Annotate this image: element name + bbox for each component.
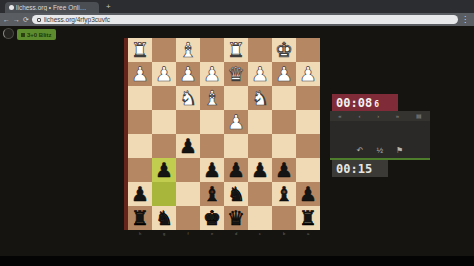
square-f3[interactable]: ♞ xyxy=(176,86,200,110)
white-pawn-piece: ♟ xyxy=(203,62,221,86)
white-king-piece: ♚ xyxy=(275,38,293,62)
square-b7[interactable]: ♝ xyxy=(272,182,296,206)
black-knight-piece: ♞ xyxy=(155,206,173,230)
square-g8[interactable]: ♞ xyxy=(152,206,176,230)
white-knight-piece: ♞ xyxy=(179,86,197,110)
square-e1[interactable] xyxy=(200,38,224,62)
square-d8[interactable]: ♛ xyxy=(224,206,248,230)
draw-offer-button[interactable]: ½ xyxy=(376,146,383,155)
white-pawn-piece: ♟ xyxy=(155,62,173,86)
square-d4[interactable]: ♟ xyxy=(224,110,248,134)
square-f7[interactable] xyxy=(176,182,200,206)
game-info-label: 3+0 Blitz xyxy=(27,32,52,38)
square-c2[interactable]: ♟ xyxy=(248,62,272,86)
square-c5[interactable] xyxy=(248,134,272,158)
square-f8[interactable] xyxy=(176,206,200,230)
url-text: lichess.org/4rfyp3cuvfc xyxy=(44,16,110,23)
last-move-button[interactable]: » xyxy=(396,113,399,120)
square-c8[interactable] xyxy=(248,206,272,230)
white-clock-tenths: 6 xyxy=(374,100,379,111)
square-d7[interactable]: ♞ xyxy=(224,182,248,206)
file-label-d: d xyxy=(224,231,248,236)
black-pawn-piece: ♟ xyxy=(155,158,173,182)
resign-button[interactable]: ⚑ xyxy=(396,146,403,155)
file-label-e: e xyxy=(200,231,224,236)
black-pawn-piece: ♟ xyxy=(179,134,197,158)
square-b6[interactable]: ♟ xyxy=(272,158,296,182)
square-g2[interactable]: ♟ xyxy=(152,62,176,86)
square-c6[interactable]: ♟ xyxy=(248,158,272,182)
square-a4[interactable] xyxy=(296,110,320,134)
square-a2[interactable]: ♟ xyxy=(296,62,320,86)
black-pawn-piece: ♟ xyxy=(275,158,293,182)
lichess-page: 3+0 Blitz ♜♝♜♚♟♟♟♟♛♟♟♟♞♝♞♟♟♟♟♟♟♟♟♝♞♝♟♜♞♚… xyxy=(0,26,474,266)
square-h5[interactable] xyxy=(128,134,152,158)
white-knight-piece: ♞ xyxy=(251,86,269,110)
black-pawn-piece: ♟ xyxy=(299,182,317,206)
white-pawn-piece: ♟ xyxy=(179,62,197,86)
black-knight-piece: ♞ xyxy=(227,182,245,206)
black-pawn-piece: ♟ xyxy=(227,158,245,182)
square-f5[interactable]: ♟ xyxy=(176,134,200,158)
next-move-button[interactable]: › xyxy=(377,113,379,120)
square-f2[interactable]: ♟ xyxy=(176,62,200,86)
square-e8[interactable]: ♚ xyxy=(200,206,224,230)
first-move-button[interactable]: « xyxy=(338,113,341,120)
browser-toolbar: ← → ⟳ lichess.org/4rfyp3cuvfc ⋮ xyxy=(0,13,474,26)
square-d2[interactable]: ♛ xyxy=(224,62,248,86)
square-c4[interactable] xyxy=(248,110,272,134)
takeback-button[interactable]: ↶ xyxy=(357,146,364,155)
white-clock-time: 00:08 xyxy=(336,96,372,110)
back-icon[interactable]: ← xyxy=(3,13,10,26)
site-logo-icon[interactable] xyxy=(3,28,14,39)
game-action-controls: ↶½⚑ xyxy=(330,146,430,155)
white-pawn-piece: ♟ xyxy=(251,62,269,86)
square-b2[interactable]: ♟ xyxy=(272,62,296,86)
address-bar[interactable]: lichess.org/4rfyp3cuvfc xyxy=(32,15,458,24)
browser-tab[interactable]: lichess.org • Free Onli… xyxy=(5,2,99,13)
black-pawn-piece: ♟ xyxy=(131,182,149,206)
reload-icon[interactable]: ⟳ xyxy=(23,13,29,26)
square-e6[interactable]: ♟ xyxy=(200,158,224,182)
file-label-c: c xyxy=(248,231,272,236)
game-side-panel: «‹›»▤ ↶½⚑ xyxy=(330,111,430,158)
square-h1[interactable]: ♜ xyxy=(128,38,152,62)
square-d6[interactable]: ♟ xyxy=(224,158,248,182)
file-label-f: f xyxy=(176,231,200,236)
file-label-g: g xyxy=(152,231,176,236)
square-g3[interactable] xyxy=(152,86,176,110)
square-d5[interactable] xyxy=(224,134,248,158)
browser-tab-strip: lichess.org • Free Onli… + xyxy=(0,0,474,13)
bottom-black-strip xyxy=(0,256,474,266)
black-rook-piece: ♜ xyxy=(299,206,317,230)
square-a3[interactable] xyxy=(296,86,320,110)
square-f1[interactable]: ♝ xyxy=(176,38,200,62)
prev-move-button[interactable]: ‹ xyxy=(358,113,360,120)
tab-title: lichess.org • Free Onli… xyxy=(16,4,86,11)
new-tab-button[interactable]: + xyxy=(106,2,111,12)
square-c3[interactable]: ♞ xyxy=(248,86,272,110)
chess-board: ♜♝♜♚♟♟♟♟♛♟♟♟♞♝♞♟♟♟♟♟♟♟♟♝♞♝♟♜♞♚♛♜ xyxy=(128,38,320,230)
white-pawn-piece: ♟ xyxy=(131,62,149,86)
forward-icon[interactable]: → xyxy=(13,13,20,26)
square-a5[interactable] xyxy=(296,134,320,158)
file-coordinates: hgfedcba xyxy=(128,231,320,236)
square-b4[interactable] xyxy=(272,110,296,134)
black-rook-piece: ♜ xyxy=(131,206,149,230)
square-c7[interactable] xyxy=(248,182,272,206)
square-h4[interactable] xyxy=(128,110,152,134)
white-rook-piece: ♜ xyxy=(227,38,245,62)
square-g4[interactable] xyxy=(152,110,176,134)
game-info-badge[interactable]: 3+0 Blitz xyxy=(17,29,56,40)
square-d1[interactable]: ♜ xyxy=(224,38,248,62)
square-e4[interactable] xyxy=(200,110,224,134)
square-e3[interactable]: ♝ xyxy=(200,86,224,110)
square-d3[interactable] xyxy=(224,86,248,110)
square-c1[interactable] xyxy=(248,38,272,62)
square-h2[interactable]: ♟ xyxy=(128,62,152,86)
square-b5[interactable] xyxy=(272,134,296,158)
black-queen-piece: ♛ xyxy=(227,206,245,230)
file-label-h: h xyxy=(128,231,152,236)
square-b3[interactable] xyxy=(272,86,296,110)
board-menu-button[interactable]: ▤ xyxy=(416,113,422,120)
square-f4[interactable] xyxy=(176,110,200,134)
browser-menu-icon[interactable]: ⋮ xyxy=(461,15,471,24)
square-a7[interactable]: ♟ xyxy=(296,182,320,206)
black-king-piece: ♚ xyxy=(203,206,221,230)
white-pawn-piece: ♟ xyxy=(227,110,245,134)
lock-icon xyxy=(37,18,41,22)
file-label-a: a xyxy=(296,231,320,236)
square-g1[interactable] xyxy=(152,38,176,62)
square-h7[interactable]: ♟ xyxy=(128,182,152,206)
square-g7[interactable] xyxy=(152,182,176,206)
square-a8[interactable]: ♜ xyxy=(296,206,320,230)
white-pawn-piece: ♟ xyxy=(275,62,293,86)
white-bishop-piece: ♝ xyxy=(179,38,197,62)
file-label-b: b xyxy=(272,231,296,236)
square-g6[interactable]: ♟ xyxy=(152,158,176,182)
square-b1[interactable]: ♚ xyxy=(272,38,296,62)
black-bishop-piece: ♝ xyxy=(275,182,293,206)
white-rook-piece: ♜ xyxy=(131,38,149,62)
black-clock-time: 00:15 xyxy=(336,162,372,176)
square-a1[interactable] xyxy=(296,38,320,62)
white-queen-piece: ♛ xyxy=(227,62,245,86)
black-clock: 00:15 xyxy=(332,160,388,177)
white-clock: 00:086 xyxy=(332,94,398,111)
square-e5[interactable] xyxy=(200,134,224,158)
browser-window: lichess.org • Free Onli… + ← → ⟳ lichess… xyxy=(0,0,474,266)
move-nav-controls: «‹›»▤ xyxy=(330,111,430,121)
square-e7[interactable]: ♝ xyxy=(200,182,224,206)
square-h6[interactable] xyxy=(128,158,152,182)
black-pawn-piece: ♟ xyxy=(203,158,221,182)
site-favicon-icon xyxy=(9,5,14,10)
square-g5[interactable] xyxy=(152,134,176,158)
square-f6[interactable] xyxy=(176,158,200,182)
white-bishop-piece: ♝ xyxy=(203,86,221,110)
white-pawn-piece: ♟ xyxy=(299,62,317,86)
black-bishop-piece: ♝ xyxy=(203,182,221,206)
square-b8[interactable] xyxy=(272,206,296,230)
square-h8[interactable]: ♜ xyxy=(128,206,152,230)
square-h3[interactable] xyxy=(128,86,152,110)
clock-mini-icon xyxy=(21,33,25,37)
square-a6[interactable] xyxy=(296,158,320,182)
square-e2[interactable]: ♟ xyxy=(200,62,224,86)
black-pawn-piece: ♟ xyxy=(251,158,269,182)
